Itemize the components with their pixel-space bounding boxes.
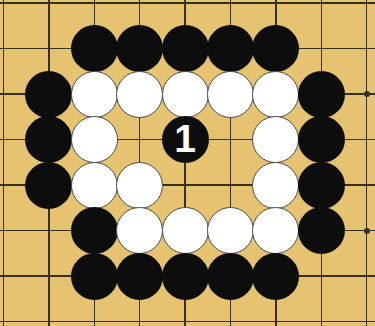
board-cell-5-1[interactable]: [208, 26, 253, 72]
board-cell-7-5[interactable]: [299, 208, 344, 254]
black-stone: [25, 71, 72, 118]
black-stone: [71, 207, 118, 254]
board-cell-1-5[interactable]: [26, 208, 71, 254]
white-stone: [116, 71, 163, 118]
black-stone: [298, 116, 345, 163]
board-cell-7-0[interactable]: [299, 0, 344, 26]
go-board: 1: [0, 0, 375, 326]
board-cell-5-3[interactable]: [208, 117, 253, 163]
board-cell-8-6[interactable]: [344, 253, 375, 299]
board-cell-3-5[interactable]: [117, 208, 162, 254]
board-cell-3-2[interactable]: [117, 71, 162, 117]
board-cell-1-1[interactable]: [26, 26, 71, 72]
board-cell-6-5[interactable]: [253, 208, 298, 254]
board-cell-0-5[interactable]: [0, 208, 26, 254]
board-cell-3-1[interactable]: [117, 26, 162, 72]
board-cell-1-6[interactable]: [26, 253, 71, 299]
board-cell-0-3[interactable]: [0, 117, 26, 163]
board-cell-7-1[interactable]: [299, 26, 344, 72]
board-cell-3-4[interactable]: [117, 162, 162, 208]
board-cell-7-4[interactable]: [299, 162, 344, 208]
board-cell-8-3[interactable]: [344, 117, 375, 163]
black-stone: [298, 162, 345, 209]
move-number-label: 1: [174, 119, 196, 160]
board-cells: 1: [0, 0, 375, 326]
board-cell-6-0[interactable]: [253, 0, 298, 26]
board-cell-2-5[interactable]: [72, 208, 117, 254]
board-cell-4-7[interactable]: [162, 299, 207, 326]
board-cell-2-2[interactable]: [72, 71, 117, 117]
board-cell-5-5[interactable]: [208, 208, 253, 254]
white-stone: [252, 71, 299, 118]
board-cell-7-2[interactable]: [299, 71, 344, 117]
board-cell-0-6[interactable]: [0, 253, 26, 299]
board-cell-1-3[interactable]: [26, 117, 71, 163]
board-cell-6-3[interactable]: [253, 117, 298, 163]
board-cell-4-5[interactable]: [162, 208, 207, 254]
white-stone: [116, 207, 163, 254]
board-cell-7-6[interactable]: [299, 253, 344, 299]
board-cell-0-2[interactable]: [0, 71, 26, 117]
black-stone-move-1: 1: [162, 116, 209, 163]
white-stone: [207, 71, 254, 118]
board-cell-3-0[interactable]: [117, 0, 162, 26]
board-cell-5-2[interactable]: [208, 71, 253, 117]
star-point: [364, 228, 370, 234]
white-stone: [162, 207, 209, 254]
black-stone: [25, 116, 72, 163]
board-cell-4-0[interactable]: [162, 0, 207, 26]
star-point: [364, 91, 370, 97]
board-cell-7-7[interactable]: [299, 299, 344, 326]
board-cell-5-4[interactable]: [208, 162, 253, 208]
board-cell-2-1[interactable]: [72, 26, 117, 72]
board-cell-8-2[interactable]: [344, 71, 375, 117]
board-cell-2-7[interactable]: [72, 299, 117, 326]
black-stone: [298, 71, 345, 118]
board-cell-1-0[interactable]: [26, 0, 71, 26]
board-cell-5-6[interactable]: [208, 253, 253, 299]
white-stone: [116, 162, 163, 209]
board-cell-2-3[interactable]: [72, 117, 117, 163]
board-cell-2-0[interactable]: [72, 0, 117, 26]
board-cell-8-4[interactable]: [344, 162, 375, 208]
black-stone: [207, 25, 254, 72]
white-stone: [71, 116, 118, 163]
board-cell-1-7[interactable]: [26, 299, 71, 326]
black-stone: [162, 25, 209, 72]
board-cell-5-0[interactable]: [208, 0, 253, 26]
board-cell-4-4[interactable]: [162, 162, 207, 208]
white-stone: [252, 116, 299, 163]
black-stone: [116, 25, 163, 72]
black-stone: [71, 253, 118, 300]
board-cell-8-7[interactable]: [344, 299, 375, 326]
white-stone: [252, 207, 299, 254]
black-stone: [252, 253, 299, 300]
board-cell-3-3[interactable]: [117, 117, 162, 163]
white-stone: [207, 207, 254, 254]
board-cell-2-6[interactable]: [72, 253, 117, 299]
board-cell-8-1[interactable]: [344, 26, 375, 72]
board-cell-6-6[interactable]: [253, 253, 298, 299]
board-cell-4-1[interactable]: [162, 26, 207, 72]
white-stone: [252, 162, 299, 209]
board-cell-2-4[interactable]: [72, 162, 117, 208]
board-cell-7-3[interactable]: [299, 117, 344, 163]
board-cell-6-1[interactable]: [253, 26, 298, 72]
board-cell-4-6[interactable]: [162, 253, 207, 299]
board-cell-4-2[interactable]: [162, 71, 207, 117]
white-stone: [162, 71, 209, 118]
board-cell-3-6[interactable]: [117, 253, 162, 299]
board-cell-1-4[interactable]: [26, 162, 71, 208]
board-cell-6-2[interactable]: [253, 71, 298, 117]
black-stone: [298, 207, 345, 254]
black-stone: [116, 253, 163, 300]
white-stone: [71, 71, 118, 118]
board-cell-0-1[interactable]: [0, 26, 26, 72]
go-diagram: 1: [0, 0, 375, 326]
board-cell-8-5[interactable]: [344, 208, 375, 254]
board-cell-6-7[interactable]: [253, 299, 298, 326]
black-stone: [252, 25, 299, 72]
board-cell-1-2[interactable]: [26, 71, 71, 117]
black-stone: [25, 162, 72, 209]
board-cell-3-7[interactable]: [117, 299, 162, 326]
black-stone: [162, 253, 209, 300]
board-cell-0-0[interactable]: [0, 0, 26, 26]
board-cell-4-3[interactable]: 1: [162, 117, 207, 163]
board-cell-6-4[interactable]: [253, 162, 298, 208]
black-stone: [71, 25, 118, 72]
board-cell-8-0[interactable]: [344, 0, 375, 26]
board-cell-0-4[interactable]: [0, 162, 26, 208]
black-stone: [207, 253, 254, 300]
white-stone: [71, 162, 118, 209]
board-cell-0-7[interactable]: [0, 299, 26, 326]
board-cell-5-7[interactable]: [208, 299, 253, 326]
